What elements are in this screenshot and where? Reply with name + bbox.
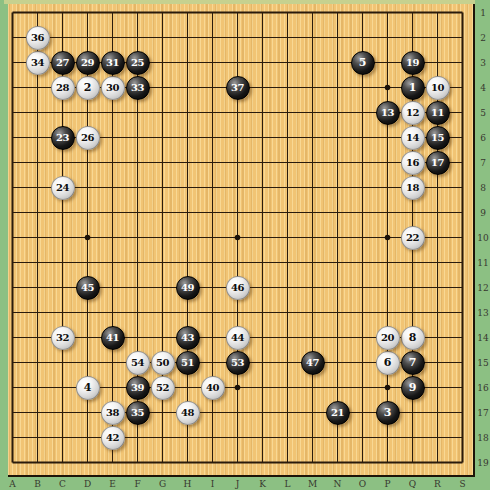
stone-black-39[interactable]: 39 [126, 376, 150, 400]
stone-white-16[interactable]: 16 [401, 151, 425, 175]
row-label-18: 18 [476, 432, 490, 444]
row-label-1: 1 [476, 7, 490, 19]
stone-black-19[interactable]: 19 [401, 51, 425, 75]
stone-white-26[interactable]: 26 [76, 126, 100, 150]
stone-black-7[interactable]: 7 [401, 351, 425, 375]
stone-white-12[interactable]: 12 [401, 101, 425, 125]
stone-white-4[interactable]: 4 [76, 376, 100, 400]
stone-black-3[interactable]: 3 [376, 401, 400, 425]
row-label-17: 17 [476, 407, 490, 419]
stone-black-31[interactable]: 31 [101, 51, 125, 75]
stone-white-50[interactable]: 50 [151, 351, 175, 375]
stone-black-5[interactable]: 5 [351, 51, 375, 75]
stone-black-37[interactable]: 37 [226, 76, 250, 100]
stone-white-48[interactable]: 48 [176, 401, 200, 425]
stone-white-30[interactable]: 30 [101, 76, 125, 100]
row-label-10: 10 [476, 232, 490, 244]
stone-white-18[interactable]: 18 [401, 176, 425, 200]
stone-black-53[interactable]: 53 [226, 351, 250, 375]
row-label-15: 15 [476, 357, 490, 369]
star-point [235, 385, 241, 391]
stone-white-8[interactable]: 8 [401, 326, 425, 350]
stone-white-42[interactable]: 42 [101, 426, 125, 450]
row-label-5: 5 [476, 107, 490, 119]
stone-white-28[interactable]: 28 [51, 76, 75, 100]
col-label-A: A [3, 478, 23, 490]
col-label-G: G [153, 478, 173, 490]
stone-black-43[interactable]: 43 [176, 326, 200, 350]
go-board-app: 1234567891011121314151617181920212223242… [0, 0, 490, 490]
stone-white-38[interactable]: 38 [101, 401, 125, 425]
stone-black-27[interactable]: 27 [51, 51, 75, 75]
row-label-16: 16 [476, 382, 490, 394]
stone-black-23[interactable]: 23 [51, 126, 75, 150]
col-label-R: R [428, 478, 448, 490]
stone-black-13[interactable]: 13 [376, 101, 400, 125]
row-label-3: 3 [476, 57, 490, 69]
stone-black-47[interactable]: 47 [301, 351, 325, 375]
row-label-7: 7 [476, 157, 490, 169]
stone-black-49[interactable]: 49 [176, 276, 200, 300]
row-label-12: 12 [476, 282, 490, 294]
stone-black-21[interactable]: 21 [326, 401, 350, 425]
stone-white-34[interactable]: 34 [26, 51, 50, 75]
stone-black-35[interactable]: 35 [126, 401, 150, 425]
row-label-13: 13 [476, 307, 490, 319]
col-label-M: M [303, 478, 323, 490]
row-label-2: 2 [476, 32, 490, 44]
star-point [85, 235, 91, 241]
stone-black-41[interactable]: 41 [101, 326, 125, 350]
stone-black-11[interactable]: 11 [426, 101, 450, 125]
stone-black-1[interactable]: 1 [401, 76, 425, 100]
col-label-E: E [103, 478, 123, 490]
col-label-F: F [128, 478, 148, 490]
stone-white-54[interactable]: 54 [126, 351, 150, 375]
col-label-H: H [178, 478, 198, 490]
col-label-D: D [78, 478, 98, 490]
star-point [385, 235, 391, 241]
stone-white-10[interactable]: 10 [426, 76, 450, 100]
stone-white-20[interactable]: 20 [376, 326, 400, 350]
stone-black-29[interactable]: 29 [76, 51, 100, 75]
col-label-B: B [28, 478, 48, 490]
stone-black-25[interactable]: 25 [126, 51, 150, 75]
col-label-N: N [328, 478, 348, 490]
stone-white-22[interactable]: 22 [401, 226, 425, 250]
row-label-8: 8 [476, 182, 490, 194]
stone-white-6[interactable]: 6 [376, 351, 400, 375]
col-label-S: S [453, 478, 473, 490]
star-point [385, 385, 391, 391]
stone-black-9[interactable]: 9 [401, 376, 425, 400]
row-label-6: 6 [476, 132, 490, 144]
stone-white-40[interactable]: 40 [201, 376, 225, 400]
stone-white-36[interactable]: 36 [26, 26, 50, 50]
row-label-9: 9 [476, 207, 490, 219]
col-label-P: P [378, 478, 398, 490]
stone-black-15[interactable]: 15 [426, 126, 450, 150]
stone-white-44[interactable]: 44 [226, 326, 250, 350]
stone-white-2[interactable]: 2 [76, 76, 100, 100]
col-label-L: L [278, 478, 298, 490]
star-point [385, 85, 391, 91]
stone-black-51[interactable]: 51 [176, 351, 200, 375]
col-label-K: K [253, 478, 273, 490]
stone-black-45[interactable]: 45 [76, 276, 100, 300]
stone-white-46[interactable]: 46 [226, 276, 250, 300]
stone-white-52[interactable]: 52 [151, 376, 175, 400]
star-point [235, 235, 241, 241]
row-label-11: 11 [476, 257, 490, 269]
col-label-C: C [53, 478, 73, 490]
col-label-I: I [203, 478, 223, 490]
stone-black-17[interactable]: 17 [426, 151, 450, 175]
stone-white-14[interactable]: 14 [401, 126, 425, 150]
col-label-Q: Q [403, 478, 423, 490]
col-label-J: J [228, 478, 248, 490]
row-label-19: 19 [476, 457, 490, 469]
col-label-O: O [353, 478, 373, 490]
go-board[interactable]: 1234567891011121314151617181920212223242… [8, 4, 475, 477]
row-label-4: 4 [476, 82, 490, 94]
stone-white-32[interactable]: 32 [51, 326, 75, 350]
row-label-14: 14 [476, 332, 490, 344]
stone-black-33[interactable]: 33 [126, 76, 150, 100]
stone-white-24[interactable]: 24 [51, 176, 75, 200]
